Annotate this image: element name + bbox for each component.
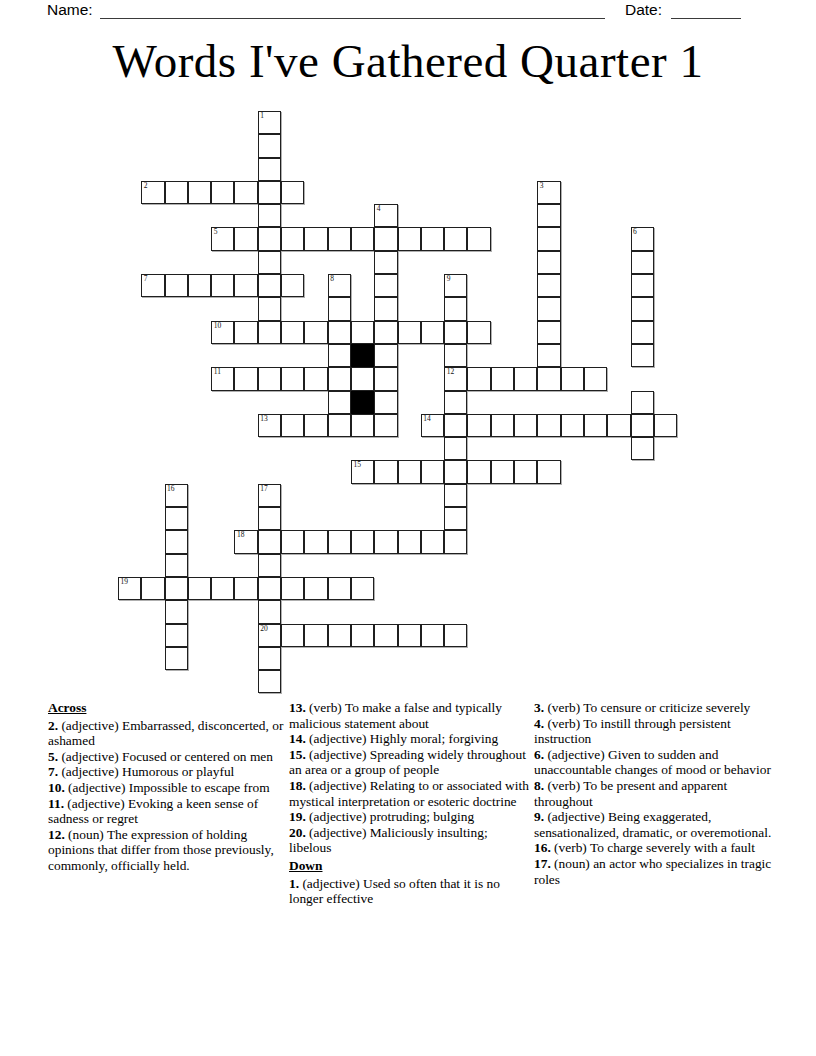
answer-cell[interactable] [607, 414, 630, 437]
answer-cell[interactable] [258, 367, 281, 390]
answer-cell[interactable] [631, 437, 654, 460]
answer-cell[interactable] [374, 297, 397, 320]
answer-cell[interactable] [444, 297, 467, 320]
answer-cell[interactable] [631, 297, 654, 320]
answer-cell[interactable] [584, 414, 607, 437]
date-label: Date: [625, 1, 662, 19]
answer-cell[interactable] [188, 577, 211, 600]
clue-number: 9 [447, 275, 451, 283]
answer-cell[interactable] [351, 530, 374, 553]
clue-number-label: 14. [289, 731, 306, 746]
answer-cell[interactable] [258, 134, 281, 157]
answer-cell[interactable] [631, 274, 654, 297]
across-heading: Across [48, 700, 285, 716]
answer-cell[interactable] [141, 577, 164, 600]
clue-across-12: 12. (noun) The expression of holding opi… [48, 827, 285, 874]
answer-cell[interactable] [281, 577, 304, 600]
answer-cell[interactable]: 20 [258, 624, 281, 647]
date-line[interactable] [671, 0, 741, 19]
clue-number: 13 [260, 415, 268, 423]
answer-cell[interactable]: 3 [537, 181, 560, 204]
clue-across-20: 20. (adjective) Maliciously insulting; l… [289, 825, 530, 856]
answer-cell[interactable] [351, 414, 374, 437]
answer-cell[interactable] [398, 530, 421, 553]
header: Name: Date: [0, 0, 816, 26]
answer-cell[interactable] [165, 577, 188, 600]
answer-cell[interactable] [234, 367, 257, 390]
answer-cell[interactable] [537, 321, 560, 344]
answer-cell[interactable] [444, 321, 467, 344]
answer-cell[interactable] [631, 391, 654, 414]
clue-number: 20 [260, 625, 268, 633]
clue-number-label: 10. [48, 780, 65, 795]
answer-cell[interactable] [211, 181, 234, 204]
clue-number-label: 2. [48, 718, 58, 733]
answer-cell[interactable] [304, 530, 327, 553]
clue-down-16: 16. (verb) To charge severely with a fau… [534, 840, 788, 856]
answer-cell[interactable] [281, 181, 304, 204]
answer-cell[interactable] [328, 414, 351, 437]
answer-cell[interactable] [537, 204, 560, 227]
answer-cell[interactable]: 5 [211, 227, 234, 250]
answer-cell[interactable] [328, 321, 351, 344]
answer-cell[interactable] [258, 647, 281, 670]
answer-cell[interactable] [561, 414, 584, 437]
answer-cell[interactable] [467, 460, 490, 483]
answer-cell[interactable] [514, 367, 537, 390]
answer-cell[interactable] [258, 577, 281, 600]
answer-cell[interactable] [304, 577, 327, 600]
answer-cell[interactable]: 19 [118, 577, 141, 600]
worksheet: { "game": "crossword", "header": { "name… [0, 0, 816, 1056]
clue-column-3: 3. (verb) To censure or criticize severe… [534, 700, 788, 887]
clue-number-label: 17. [534, 856, 551, 871]
name-label: Name: [47, 1, 93, 19]
answer-cell[interactable] [258, 297, 281, 320]
answer-cell[interactable] [165, 624, 188, 647]
answer-cell[interactable] [444, 391, 467, 414]
clue-across-13: 13. (verb) To make a false and typically… [289, 700, 530, 731]
clue-across-19: 19. (adjective) protruding; bulging [289, 809, 530, 825]
clue-number-label: 3. [534, 700, 544, 715]
answer-cell[interactable]: 18 [234, 530, 257, 553]
answer-cell[interactable] [374, 414, 397, 437]
answer-cell[interactable] [281, 624, 304, 647]
answer-cell[interactable] [398, 227, 421, 250]
answer-cell[interactable] [258, 321, 281, 344]
clue-number-label: 13. [289, 700, 306, 715]
answer-cell[interactable]: 7 [141, 274, 164, 297]
clue-across-14: 14. (adjective) Highly moral; forgiving [289, 731, 530, 747]
answer-cell[interactable] [444, 227, 467, 250]
answer-cell[interactable] [258, 600, 281, 623]
answer-cell[interactable] [165, 647, 188, 670]
clue-number-label: 11. [48, 796, 64, 811]
answer-cell[interactable] [537, 297, 560, 320]
clue-down-9: 9. (adjective) Being exaggerated, sensat… [534, 809, 788, 840]
answer-cell[interactable]: 2 [141, 181, 164, 204]
answer-cell[interactable]: 12 [444, 367, 467, 390]
clue-number-label: 12. [48, 827, 65, 842]
clue-number-label: 15. [289, 747, 306, 762]
answer-cell[interactable] [258, 227, 281, 250]
answer-cell[interactable] [537, 274, 560, 297]
clue-down-17: 17. (noun) an actor who specializes in t… [534, 856, 788, 887]
answer-cell[interactable] [281, 414, 304, 437]
answer-cell[interactable] [328, 367, 351, 390]
answer-cell[interactable] [234, 227, 257, 250]
answer-cell[interactable] [374, 460, 397, 483]
answer-cell[interactable] [258, 204, 281, 227]
answer-cell[interactable] [537, 344, 560, 367]
answer-cell[interactable] [398, 460, 421, 483]
clue-down-6: 6. (adjective) Given to sudden and unacc… [534, 747, 788, 778]
answer-cell[interactable] [304, 414, 327, 437]
answer-cell[interactable] [444, 460, 467, 483]
answer-cell[interactable] [514, 414, 537, 437]
answer-cell[interactable] [491, 414, 514, 437]
clue-number: 17 [260, 485, 268, 493]
clue-down-8: 8. (verb) To be present and apparent thr… [534, 778, 788, 809]
answer-cell[interactable] [234, 181, 257, 204]
answer-cell[interactable] [304, 624, 327, 647]
clue-number-label: 6. [534, 747, 544, 762]
answer-cell[interactable] [351, 577, 374, 600]
clue-number-label: 19. [289, 809, 306, 824]
answer-cell[interactable]: 16 [165, 484, 188, 507]
answer-cell[interactable] [165, 530, 188, 553]
answer-cell[interactable] [631, 251, 654, 274]
answer-cell[interactable] [374, 344, 397, 367]
answer-cell[interactable] [258, 181, 281, 204]
clue-across-2: 2. (adjective) Embarrassed, disconcerted… [48, 718, 285, 749]
answer-cell[interactable] [281, 321, 304, 344]
clue-across-18: 18. (adjective) Relating to or associate… [289, 778, 530, 809]
answer-cell[interactable] [328, 391, 351, 414]
answer-cell[interactable] [444, 507, 467, 530]
answer-cell[interactable] [328, 577, 351, 600]
answer-cell[interactable]: 15 [351, 460, 374, 483]
answer-cell[interactable] [374, 274, 397, 297]
answer-cell[interactable] [537, 414, 560, 437]
clue-number-label: 4. [534, 716, 544, 731]
clue-number: 18 [237, 531, 245, 539]
clue-number: 1 [260, 112, 264, 120]
clue-number-label: 9. [534, 809, 544, 824]
answer-cell[interactable] [374, 251, 397, 274]
answer-cell[interactable] [444, 437, 467, 460]
answer-cell[interactable] [328, 344, 351, 367]
clue-number: 3 [540, 182, 544, 190]
clue-down-3: 3. (verb) To censure or criticize severe… [534, 700, 788, 716]
answer-cell[interactable] [444, 414, 467, 437]
answer-cell[interactable] [444, 530, 467, 553]
clue-number: 14 [423, 415, 431, 423]
answer-cell[interactable] [444, 484, 467, 507]
clue-number: 6 [633, 228, 637, 236]
clue-number-label: 7. [48, 764, 58, 779]
answer-cell[interactable] [258, 158, 281, 181]
answer-cell[interactable] [211, 274, 234, 297]
clue-column-1: Across2. (adjective) Embarrassed, discon… [48, 700, 285, 874]
answer-cell[interactable] [258, 530, 281, 553]
answer-cell[interactable] [211, 577, 234, 600]
clue-number: 12 [447, 368, 455, 376]
answer-cell[interactable] [374, 391, 397, 414]
answer-cell[interactable] [421, 624, 444, 647]
answer-cell[interactable] [304, 367, 327, 390]
clue-number: 16 [167, 485, 175, 493]
clue-number-label: 16. [534, 840, 551, 855]
answer-cell[interactable] [374, 530, 397, 553]
answer-cell[interactable] [444, 344, 467, 367]
answer-cell[interactable] [281, 227, 304, 250]
answer-cell[interactable] [467, 414, 490, 437]
clue-number: 11 [214, 368, 221, 376]
answer-cell[interactable] [258, 507, 281, 530]
answer-cell[interactable] [514, 460, 537, 483]
answer-cell[interactable]: 13 [258, 414, 281, 437]
blocked-cell [351, 391, 374, 414]
answer-cell[interactable]: 1 [258, 111, 281, 134]
clue-across-7: 7. (adjective) Humorous or playful [48, 764, 285, 780]
answer-cell[interactable] [188, 274, 211, 297]
answer-cell[interactable] [491, 460, 514, 483]
answer-cell[interactable]: 11 [211, 367, 234, 390]
answer-cell[interactable] [444, 624, 467, 647]
answer-cell[interactable] [467, 321, 490, 344]
answer-cell[interactable] [374, 321, 397, 344]
answer-cell[interactable] [165, 554, 188, 577]
clue-number: 15 [353, 461, 361, 469]
answer-cell[interactable] [421, 227, 444, 250]
answer-cell[interactable] [351, 624, 374, 647]
answer-cell[interactable] [328, 624, 351, 647]
answer-cell[interactable] [537, 251, 560, 274]
answer-cell[interactable]: 6 [631, 227, 654, 250]
answer-cell[interactable] [304, 321, 327, 344]
answer-cell[interactable] [328, 530, 351, 553]
answer-cell[interactable] [537, 460, 560, 483]
answer-cell[interactable] [537, 227, 560, 250]
answer-cell[interactable] [281, 367, 304, 390]
clue-number-label: 20. [289, 825, 306, 840]
clue-number-label: 8. [534, 778, 544, 793]
clue-number: 2 [144, 182, 148, 190]
answer-cell[interactable] [165, 181, 188, 204]
answer-cell[interactable] [631, 344, 654, 367]
answer-cell[interactable] [281, 530, 304, 553]
answer-cell[interactable] [584, 367, 607, 390]
answer-cell[interactable] [234, 577, 257, 600]
answer-cell[interactable] [258, 251, 281, 274]
clue-number: 8 [330, 275, 334, 283]
clue-across-5: 5. (adjective) Focused or centered on me… [48, 749, 285, 765]
answer-cell[interactable] [631, 321, 654, 344]
clue-number: 19 [121, 578, 129, 586]
answer-cell[interactable] [351, 367, 374, 390]
answer-cell[interactable] [491, 367, 514, 390]
blocked-cell [351, 344, 374, 367]
answer-cell[interactable] [421, 530, 444, 553]
answer-cell[interactable] [351, 321, 374, 344]
clue-number: 5 [214, 228, 218, 236]
answer-cell[interactable] [281, 274, 304, 297]
clue-number-label: 1. [289, 876, 299, 891]
answer-cell[interactable] [188, 181, 211, 204]
answer-cell[interactable] [258, 670, 281, 693]
answer-cell[interactable] [234, 321, 257, 344]
answer-cell[interactable] [165, 600, 188, 623]
answer-cell[interactable] [537, 367, 560, 390]
clue-number-label: 5. [48, 749, 58, 764]
answer-cell[interactable] [234, 274, 257, 297]
answer-cell[interactable] [374, 227, 397, 250]
down-heading: Down [289, 858, 530, 874]
answer-cell[interactable] [631, 414, 654, 437]
clue-number: 10 [214, 322, 222, 330]
answer-cell[interactable] [165, 274, 188, 297]
clue-across-11: 11. (adjective) Evoking a keen sense of … [48, 796, 285, 827]
answer-cell[interactable] [398, 624, 421, 647]
answer-cell[interactable]: 4 [374, 204, 397, 227]
answer-cell[interactable] [374, 624, 397, 647]
answer-cell[interactable]: 8 [328, 274, 351, 297]
answer-cell[interactable]: 17 [258, 484, 281, 507]
answer-cell[interactable] [467, 367, 490, 390]
answer-cell[interactable] [374, 367, 397, 390]
clue-down-1: 1. (adjective) Used so often that it is … [289, 876, 530, 907]
name-line[interactable] [100, 0, 605, 19]
clue-number-label: 18. [289, 778, 306, 793]
answer-cell[interactable] [328, 227, 351, 250]
answer-cell[interactable] [258, 554, 281, 577]
answer-cell[interactable] [467, 227, 490, 250]
crossword-grid: 1234567891011121314151617181920 [118, 111, 677, 693]
answer-cell[interactable]: 10 [211, 321, 234, 344]
clue-number: 4 [377, 205, 381, 213]
answer-cell[interactable] [421, 321, 444, 344]
answer-cell[interactable] [304, 227, 327, 250]
answer-cell[interactable] [654, 414, 677, 437]
answer-cell[interactable] [398, 321, 421, 344]
clue-column-2: 13. (verb) To make a false and typically… [289, 700, 530, 907]
clue-down-4: 4. (verb) To instill through persistent … [534, 716, 788, 747]
clue-across-10: 10. (adjective) Impossible to escape fro… [48, 780, 285, 796]
answer-cell[interactable]: 14 [421, 414, 444, 437]
answer-cell[interactable] [561, 367, 584, 390]
answer-cell[interactable] [165, 507, 188, 530]
answer-cell[interactable]: 9 [444, 274, 467, 297]
answer-cell[interactable] [258, 274, 281, 297]
answer-cell[interactable] [328, 297, 351, 320]
puzzle-title: Words I've Gathered Quarter 1 [0, 34, 816, 88]
answer-cell[interactable] [421, 460, 444, 483]
clue-across-15: 15. (adjective) Spreading widely through… [289, 747, 530, 778]
answer-cell[interactable] [351, 227, 374, 250]
clue-number: 7 [144, 275, 148, 283]
